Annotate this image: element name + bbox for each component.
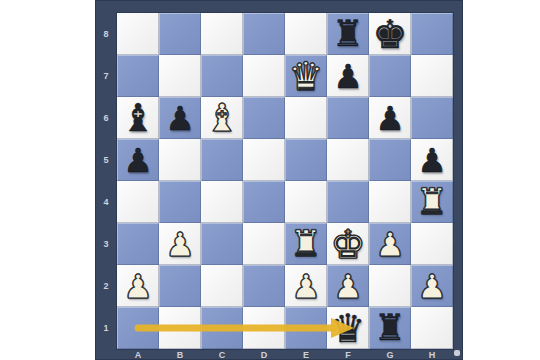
square-f8[interactable]: ♜ xyxy=(327,13,369,55)
black-pawn-icon: ♟ xyxy=(165,102,195,135)
square-b6[interactable]: ♟ xyxy=(159,97,201,139)
rank-label-1: 1 xyxy=(95,307,117,349)
white-pawn-icon: ♟ xyxy=(333,270,363,303)
square-e2[interactable]: ♟ xyxy=(285,265,327,307)
file-label-d: D xyxy=(243,350,285,360)
square-a7[interactable] xyxy=(117,55,159,97)
square-d8[interactable] xyxy=(243,13,285,55)
square-c8[interactable] xyxy=(201,13,243,55)
square-e8[interactable] xyxy=(285,13,327,55)
square-d7[interactable] xyxy=(243,55,285,97)
rank-label-2: 2 xyxy=(95,265,117,307)
rank-label-7: 7 xyxy=(95,55,117,97)
white-bishop-icon: ♝ xyxy=(205,99,239,137)
white-pawn-icon: ♟ xyxy=(123,270,153,303)
square-h6[interactable] xyxy=(411,97,453,139)
square-d5[interactable] xyxy=(243,139,285,181)
square-d3[interactable] xyxy=(243,223,285,265)
black-king-icon: ♚ xyxy=(373,15,408,54)
square-b3[interactable]: ♟ xyxy=(159,223,201,265)
square-b1[interactable] xyxy=(159,307,201,349)
white-rook-icon: ♜ xyxy=(290,226,322,262)
square-e5[interactable] xyxy=(285,139,327,181)
black-pawn-icon: ♟ xyxy=(417,144,447,177)
square-c2[interactable] xyxy=(201,265,243,307)
square-c6[interactable]: ♝ xyxy=(201,97,243,139)
file-label-e: E xyxy=(285,350,327,360)
rank-label-3: 3 xyxy=(95,223,117,265)
file-label-b: B xyxy=(159,350,201,360)
square-b7[interactable] xyxy=(159,55,201,97)
white-king-icon: ♚ xyxy=(331,225,366,264)
square-g1[interactable]: ♜ xyxy=(369,307,411,349)
file-label-g: G xyxy=(369,350,411,360)
square-h8[interactable] xyxy=(411,13,453,55)
chess-board: ♜♚♛♟♝♟♝♟♟♟♜♟♜♚♟♟♟♟♟♛♜ xyxy=(117,13,453,349)
square-b8[interactable] xyxy=(159,13,201,55)
square-c5[interactable] xyxy=(201,139,243,181)
black-bishop-icon: ♝ xyxy=(121,99,155,137)
square-d6[interactable] xyxy=(243,97,285,139)
square-d1[interactable] xyxy=(243,307,285,349)
square-b4[interactable] xyxy=(159,181,201,223)
square-a6[interactable]: ♝ xyxy=(117,97,159,139)
square-a1[interactable] xyxy=(117,307,159,349)
square-h2[interactable]: ♟ xyxy=(411,265,453,307)
square-a3[interactable] xyxy=(117,223,159,265)
square-b5[interactable] xyxy=(159,139,201,181)
white-queen-icon: ♛ xyxy=(289,57,324,96)
black-pawn-icon: ♟ xyxy=(333,60,363,93)
square-g2[interactable] xyxy=(369,265,411,307)
square-f4[interactable] xyxy=(327,181,369,223)
square-g8[interactable]: ♚ xyxy=(369,13,411,55)
square-b2[interactable] xyxy=(159,265,201,307)
square-c7[interactable] xyxy=(201,55,243,97)
square-h4[interactable]: ♜ xyxy=(411,181,453,223)
file-label-a: A xyxy=(117,350,159,360)
square-e4[interactable] xyxy=(285,181,327,223)
square-f5[interactable] xyxy=(327,139,369,181)
black-rook-icon: ♜ xyxy=(374,310,406,346)
black-pawn-icon: ♟ xyxy=(123,144,153,177)
square-f3[interactable]: ♚ xyxy=(327,223,369,265)
rank-labels: 87654321 xyxy=(95,13,117,349)
square-h1[interactable] xyxy=(411,307,453,349)
square-h7[interactable] xyxy=(411,55,453,97)
square-a2[interactable]: ♟ xyxy=(117,265,159,307)
square-g5[interactable] xyxy=(369,139,411,181)
white-pawn-icon: ♟ xyxy=(165,228,195,261)
square-a5[interactable]: ♟ xyxy=(117,139,159,181)
square-h3[interactable] xyxy=(411,223,453,265)
white-pawn-icon: ♟ xyxy=(291,270,321,303)
black-pawn-icon: ♟ xyxy=(375,102,405,135)
square-a8[interactable] xyxy=(117,13,159,55)
square-e6[interactable] xyxy=(285,97,327,139)
square-c1[interactable] xyxy=(201,307,243,349)
square-f1[interactable]: ♛ xyxy=(327,307,369,349)
square-e3[interactable]: ♜ xyxy=(285,223,327,265)
move-indicator-dot xyxy=(454,350,460,356)
square-h5[interactable]: ♟ xyxy=(411,139,453,181)
file-label-h: H xyxy=(411,350,453,360)
chessboard-panel: 87654321 ♜♚♛♟♝♟♝♟♟♟♜♟♜♚♟♟♟♟♟♛♜ ABCDEFGH xyxy=(95,0,463,360)
square-c4[interactable] xyxy=(201,181,243,223)
square-e7[interactable]: ♛ xyxy=(285,55,327,97)
black-queen-icon: ♛ xyxy=(331,309,366,348)
square-e1[interactable] xyxy=(285,307,327,349)
rank-label-6: 6 xyxy=(95,97,117,139)
square-d4[interactable] xyxy=(243,181,285,223)
rank-label-5: 5 xyxy=(95,139,117,181)
rank-label-4: 4 xyxy=(95,181,117,223)
white-pawn-icon: ♟ xyxy=(417,270,447,303)
rank-label-8: 8 xyxy=(95,13,117,55)
square-f2[interactable]: ♟ xyxy=(327,265,369,307)
square-f6[interactable] xyxy=(327,97,369,139)
square-g7[interactable] xyxy=(369,55,411,97)
white-pawn-icon: ♟ xyxy=(375,228,405,261)
file-label-c: C xyxy=(201,350,243,360)
square-g4[interactable] xyxy=(369,181,411,223)
square-a4[interactable] xyxy=(117,181,159,223)
square-f7[interactable]: ♟ xyxy=(327,55,369,97)
file-labels: ABCDEFGH xyxy=(117,350,453,360)
white-rook-icon: ♜ xyxy=(416,184,448,220)
file-label-f: F xyxy=(327,350,369,360)
square-g6[interactable]: ♟ xyxy=(369,97,411,139)
black-rook-icon: ♜ xyxy=(332,16,364,52)
page: 87654321 ♜♚♛♟♝♟♝♟♟♟♜♟♜♚♟♟♟♟♟♛♜ ABCDEFGH xyxy=(0,0,540,360)
square-g3[interactable]: ♟ xyxy=(369,223,411,265)
square-d2[interactable] xyxy=(243,265,285,307)
square-c3[interactable] xyxy=(201,223,243,265)
